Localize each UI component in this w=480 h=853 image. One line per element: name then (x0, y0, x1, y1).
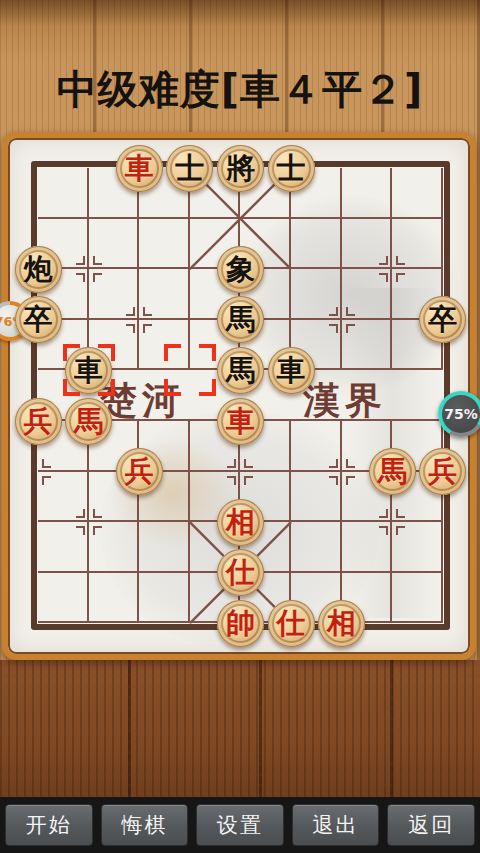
settings-button[interactable]: 设置 (196, 804, 284, 846)
piece-glyph: 車 (268, 347, 315, 394)
xiangqi-board[interactable]: 楚河 漢界 76% 車士將士炮象卒馬卒車馬車兵馬車兵馬兵相仕帥仕相 75% (2, 132, 476, 660)
page-title: 中级难度[車４平２] (0, 62, 480, 117)
back-button[interactable]: 返回 (387, 804, 475, 846)
piece-glyph: 馬 (65, 398, 112, 445)
piece-glyph: 兵 (15, 398, 62, 445)
red-progress-value: 75% (442, 395, 480, 433)
red-piece-帥[interactable]: 帥 (217, 600, 264, 647)
piece-glyph: 士 (268, 145, 315, 192)
black-piece-馬[interactable]: 馬 (217, 296, 264, 343)
black-piece-卒[interactable]: 卒 (15, 296, 62, 343)
red-piece-仕[interactable]: 仕 (268, 600, 315, 647)
piece-glyph: 士 (166, 145, 213, 192)
piece-glyph: 象 (217, 246, 264, 293)
piece-glyph: 仕 (217, 549, 264, 596)
piece-glyph: 兵 (419, 448, 466, 495)
screen: 中级难度[車４平２] 楚河 漢界 76% 車士將士炮象卒馬卒車馬車兵馬車兵馬兵相… (0, 0, 480, 853)
red-piece-仕[interactable]: 仕 (217, 549, 264, 596)
red-piece-馬[interactable]: 馬 (65, 398, 112, 445)
start-button[interactable]: 开始 (5, 804, 93, 846)
piece-glyph: 將 (217, 145, 264, 192)
piece-glyph: 馬 (217, 347, 264, 394)
black-piece-象[interactable]: 象 (217, 246, 264, 293)
black-piece-炮[interactable]: 炮 (15, 246, 62, 293)
black-piece-馬[interactable]: 馬 (217, 347, 264, 394)
red-piece-兵[interactable]: 兵 (116, 448, 163, 495)
piece-glyph: 車 (217, 398, 264, 445)
piece-glyph: 仕 (268, 600, 315, 647)
piece-glyph: 車 (65, 347, 112, 394)
black-piece-將[interactable]: 將 (217, 145, 264, 192)
red-piece-車[interactable]: 車 (217, 398, 264, 445)
piece-glyph: 相 (318, 600, 365, 647)
red-piece-相[interactable]: 相 (217, 499, 264, 546)
black-piece-卒[interactable]: 卒 (419, 296, 466, 343)
black-piece-車[interactable]: 車 (268, 347, 315, 394)
exit-button[interactable]: 退出 (292, 804, 380, 846)
red-piece-兵[interactable]: 兵 (15, 398, 62, 445)
black-piece-車[interactable]: 車 (65, 347, 112, 394)
piece-glyph: 兵 (116, 448, 163, 495)
red-piece-車[interactable]: 車 (116, 145, 163, 192)
black-piece-士[interactable]: 士 (268, 145, 315, 192)
bottom-toolbar: 开始 悔棋 设置 退出 返回 (0, 797, 480, 853)
black-piece-士[interactable]: 士 (166, 145, 213, 192)
piece-glyph: 馬 (217, 296, 264, 343)
red-piece-相[interactable]: 相 (318, 600, 365, 647)
piece-glyph: 卒 (15, 296, 62, 343)
piece-glyph: 卒 (419, 296, 466, 343)
piece-glyph: 車 (116, 145, 163, 192)
piece-glyph: 炮 (15, 246, 62, 293)
piece-glyph: 馬 (369, 448, 416, 495)
wood-floor (0, 660, 480, 798)
red-piece-馬[interactable]: 馬 (369, 448, 416, 495)
red-piece-兵[interactable]: 兵 (419, 448, 466, 495)
piece-glyph: 帥 (217, 600, 264, 647)
red-progress-badge: 75% (438, 391, 480, 437)
undo-button[interactable]: 悔棋 (101, 804, 189, 846)
piece-glyph: 相 (217, 499, 264, 546)
